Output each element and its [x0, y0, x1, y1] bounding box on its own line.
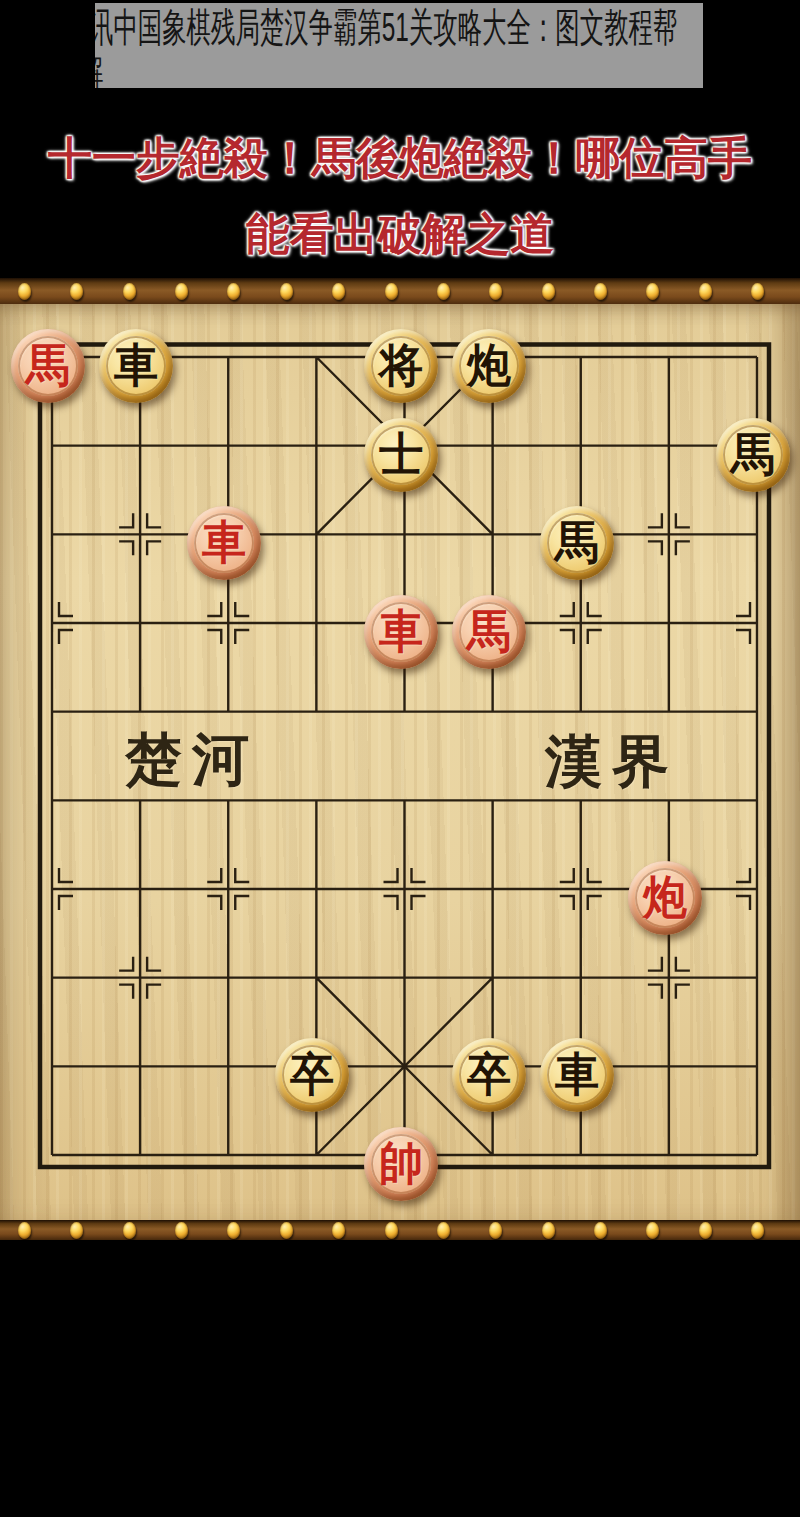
piece-black-卒[interactable]: 卒 — [275, 1038, 349, 1112]
screenshot-root: 讯中国象棋残局楚汉争霸第51关攻略大全：图文教程帮 解 十一步絶殺！馬後炮絶殺！… — [0, 0, 800, 1517]
piece-black-士[interactable]: 士 — [364, 418, 438, 492]
piece-character: 馬 — [12, 329, 83, 403]
piece-character: 馬 — [717, 418, 788, 492]
piece-character: 車 — [189, 506, 260, 580]
piece-character: 馬 — [541, 506, 612, 580]
river-text-left: 楚河 — [125, 722, 259, 799]
piece-black-馬[interactable]: 馬 — [540, 506, 614, 580]
piece-black-炮[interactable]: 炮 — [452, 329, 526, 403]
piece-character: 帥 — [365, 1127, 436, 1201]
piece-red-車[interactable]: 車 — [364, 595, 438, 669]
piece-red-炮[interactable]: 炮 — [628, 861, 702, 935]
piece-red-馬[interactable]: 馬 — [11, 329, 85, 403]
board-grid — [0, 0, 800, 1517]
piece-red-帥[interactable]: 帥 — [364, 1127, 438, 1201]
piece-black-馬[interactable]: 馬 — [716, 418, 790, 492]
piece-black-車[interactable]: 車 — [540, 1038, 614, 1112]
piece-character: 卒 — [277, 1038, 348, 1112]
piece-black-車[interactable]: 車 — [99, 329, 173, 403]
piece-red-馬[interactable]: 馬 — [452, 595, 526, 669]
piece-character: 車 — [365, 595, 436, 669]
piece-red-車[interactable]: 車 — [187, 506, 261, 580]
piece-character: 卒 — [453, 1038, 524, 1112]
piece-character: 馬 — [453, 595, 524, 669]
piece-character: 車 — [541, 1038, 612, 1112]
piece-black-卒[interactable]: 卒 — [452, 1038, 526, 1112]
piece-character: 士 — [365, 418, 436, 492]
piece-character: 炮 — [629, 861, 700, 935]
piece-character: 車 — [101, 329, 172, 403]
piece-character: 将 — [365, 329, 436, 403]
piece-black-将[interactable]: 将 — [364, 329, 438, 403]
river-text-right: 漢界 — [545, 724, 679, 801]
piece-character: 炮 — [453, 329, 524, 403]
